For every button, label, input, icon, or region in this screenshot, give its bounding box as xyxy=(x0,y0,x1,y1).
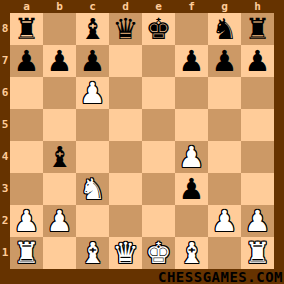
square-e4[interactable] xyxy=(142,141,175,173)
square-h5[interactable] xyxy=(241,109,274,141)
piece-white-queen[interactable]: ♛ xyxy=(113,239,139,268)
square-h8[interactable]: ♜ xyxy=(241,13,274,45)
square-a4[interactable] xyxy=(10,141,43,173)
piece-white-rook[interactable]: ♜ xyxy=(245,239,271,268)
square-c7[interactable]: ♟ xyxy=(76,45,109,77)
square-f3[interactable]: ♟ xyxy=(175,173,208,205)
square-b1[interactable] xyxy=(43,237,76,269)
rank-label-6: 6 xyxy=(0,77,10,109)
square-c4[interactable] xyxy=(76,141,109,173)
piece-white-pawn[interactable]: ♟ xyxy=(245,207,271,236)
piece-white-king[interactable]: ♚ xyxy=(146,239,172,268)
square-c5[interactable] xyxy=(76,109,109,141)
chess-board: ♜♝♛♚♞♜♟♟♟♟♟♟♟♝♟♞♟♟♟♟♟♜♝♛♚♝♜ xyxy=(10,13,274,269)
piece-black-pawn[interactable]: ♟ xyxy=(80,47,106,76)
square-d6[interactable] xyxy=(109,77,142,109)
square-f8[interactable] xyxy=(175,13,208,45)
watermark: CHESSGAMES.COM xyxy=(158,270,283,284)
square-d5[interactable] xyxy=(109,109,142,141)
square-f1[interactable]: ♝ xyxy=(175,237,208,269)
square-a6[interactable] xyxy=(10,77,43,109)
piece-black-knight[interactable]: ♞ xyxy=(212,15,238,44)
square-b7[interactable]: ♟ xyxy=(43,45,76,77)
square-h1[interactable]: ♜ xyxy=(241,237,274,269)
square-f5[interactable] xyxy=(175,109,208,141)
piece-black-bishop[interactable]: ♝ xyxy=(47,143,73,172)
rank-label-8: 8 xyxy=(0,13,10,45)
square-b8[interactable] xyxy=(43,13,76,45)
square-b2[interactable]: ♟ xyxy=(43,205,76,237)
rank-label-7: 7 xyxy=(0,45,10,77)
square-f7[interactable]: ♟ xyxy=(175,45,208,77)
square-c8[interactable]: ♝ xyxy=(76,13,109,45)
piece-black-pawn[interactable]: ♟ xyxy=(179,47,205,76)
piece-black-pawn[interactable]: ♟ xyxy=(245,47,271,76)
square-a2[interactable]: ♟ xyxy=(10,205,43,237)
file-label-b: b xyxy=(43,0,76,13)
piece-black-queen[interactable]: ♛ xyxy=(113,15,139,44)
piece-white-bishop[interactable]: ♝ xyxy=(80,239,106,268)
piece-black-king[interactable]: ♚ xyxy=(146,15,172,44)
square-e5[interactable] xyxy=(142,109,175,141)
piece-white-pawn[interactable]: ♟ xyxy=(212,207,238,236)
square-a7[interactable]: ♟ xyxy=(10,45,43,77)
square-g5[interactable] xyxy=(208,109,241,141)
square-b5[interactable] xyxy=(43,109,76,141)
square-g8[interactable]: ♞ xyxy=(208,13,241,45)
square-g6[interactable] xyxy=(208,77,241,109)
square-d3[interactable] xyxy=(109,173,142,205)
square-c1[interactable]: ♝ xyxy=(76,237,109,269)
square-a5[interactable] xyxy=(10,109,43,141)
square-h2[interactable]: ♟ xyxy=(241,205,274,237)
piece-black-pawn[interactable]: ♟ xyxy=(212,47,238,76)
square-f4[interactable]: ♟ xyxy=(175,141,208,173)
square-e8[interactable]: ♚ xyxy=(142,13,175,45)
piece-white-rook[interactable]: ♜ xyxy=(14,239,40,268)
square-d8[interactable]: ♛ xyxy=(109,13,142,45)
piece-black-bishop[interactable]: ♝ xyxy=(80,15,106,44)
square-d7[interactable] xyxy=(109,45,142,77)
square-b3[interactable] xyxy=(43,173,76,205)
square-a8[interactable]: ♜ xyxy=(10,13,43,45)
piece-white-bishop[interactable]: ♝ xyxy=(179,239,205,268)
square-c3[interactable]: ♞ xyxy=(76,173,109,205)
rank-label-1: 1 xyxy=(0,237,10,269)
square-e7[interactable] xyxy=(142,45,175,77)
square-f2[interactable] xyxy=(175,205,208,237)
piece-white-knight[interactable]: ♞ xyxy=(80,175,106,204)
chess-diagram: abcdefgh 87654321 ♜♝♛♚♞♜♟♟♟♟♟♟♟♝♟♞♟♟♟♟♟♜… xyxy=(0,0,284,284)
file-label-f: f xyxy=(175,0,208,13)
square-c2[interactable] xyxy=(76,205,109,237)
square-h3[interactable] xyxy=(241,173,274,205)
piece-black-pawn[interactable]: ♟ xyxy=(47,47,73,76)
square-g3[interactable] xyxy=(208,173,241,205)
rank-label-4: 4 xyxy=(0,141,10,173)
square-h4[interactable] xyxy=(241,141,274,173)
square-d2[interactable] xyxy=(109,205,142,237)
piece-white-pawn[interactable]: ♟ xyxy=(47,207,73,236)
rank-label-3: 3 xyxy=(0,173,10,205)
square-c6[interactable]: ♟ xyxy=(76,77,109,109)
square-d4[interactable] xyxy=(109,141,142,173)
square-e6[interactable] xyxy=(142,77,175,109)
square-g7[interactable]: ♟ xyxy=(208,45,241,77)
square-e3[interactable] xyxy=(142,173,175,205)
square-d1[interactable]: ♛ xyxy=(109,237,142,269)
piece-black-rook[interactable]: ♜ xyxy=(14,15,40,44)
square-e1[interactable]: ♚ xyxy=(142,237,175,269)
square-b4[interactable]: ♝ xyxy=(43,141,76,173)
square-e2[interactable] xyxy=(142,205,175,237)
rank-label-2: 2 xyxy=(0,205,10,237)
square-a1[interactable]: ♜ xyxy=(10,237,43,269)
square-f6[interactable] xyxy=(175,77,208,109)
piece-white-pawn[interactable]: ♟ xyxy=(14,207,40,236)
square-a3[interactable] xyxy=(10,173,43,205)
piece-black-pawn[interactable]: ♟ xyxy=(14,47,40,76)
square-g1[interactable] xyxy=(208,237,241,269)
piece-black-rook[interactable]: ♜ xyxy=(245,15,271,44)
piece-white-pawn[interactable]: ♟ xyxy=(80,79,106,108)
piece-black-pawn[interactable]: ♟ xyxy=(179,175,205,204)
square-h6[interactable] xyxy=(241,77,274,109)
piece-white-pawn[interactable]: ♟ xyxy=(179,143,205,172)
rank-label-5: 5 xyxy=(0,109,10,141)
square-g2[interactable]: ♟ xyxy=(208,205,241,237)
square-b6[interactable] xyxy=(43,77,76,109)
square-g4[interactable] xyxy=(208,141,241,173)
square-h7[interactable]: ♟ xyxy=(241,45,274,77)
